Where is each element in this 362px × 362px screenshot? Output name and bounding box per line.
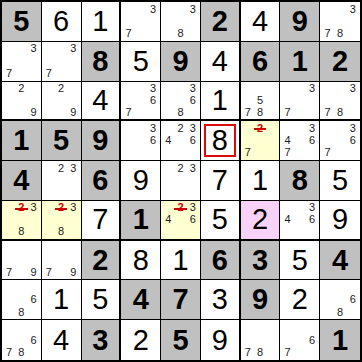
cell-r2c6[interactable]: 4 xyxy=(201,42,241,82)
cell-r8c9[interactable]: 68 xyxy=(320,280,360,320)
pencil-marks: 368 xyxy=(162,83,199,119)
candidate-3: 3 xyxy=(187,3,199,15)
cell-r8c3[interactable]: 5 xyxy=(82,280,122,320)
solved-digit: 5 xyxy=(212,205,228,234)
candidate-6: 6 xyxy=(187,135,199,147)
candidate-6: 6 xyxy=(346,135,359,147)
cell-r3c4[interactable]: 367 xyxy=(121,82,161,122)
cell-r6c7[interactable]: 2 xyxy=(241,201,281,241)
candidate-4: 4 xyxy=(281,135,293,147)
candidate-3: 3 xyxy=(346,83,359,95)
solved-digit: 1 xyxy=(212,86,228,115)
cell-r6c3[interactable]: 7 xyxy=(82,201,122,241)
cell-r4c8[interactable]: 3467 xyxy=(280,121,320,161)
solved-digit: 1 xyxy=(92,7,108,36)
solved-digit: 5 xyxy=(332,166,348,195)
cell-r6c2[interactable]: 238 xyxy=(42,201,82,241)
candidate-8: 8 xyxy=(15,346,27,359)
candidate-2: 2 xyxy=(174,122,186,134)
cell-r4c1[interactable]: 1 xyxy=(2,121,42,161)
cell-r3c2[interactable]: 29 xyxy=(42,82,82,122)
cell-r5c5[interactable]: 23 xyxy=(161,161,201,201)
candidate-9: 9 xyxy=(28,106,40,118)
pencil-marks: 23 xyxy=(43,162,80,199)
candidate-6: 6 xyxy=(187,94,199,106)
candidate-7: 7 xyxy=(122,106,134,118)
cell-r5c4[interactable]: 9 xyxy=(121,161,161,201)
solved-digit: 9 xyxy=(133,166,149,195)
candidate-7: 7 xyxy=(321,28,334,40)
candidate-8: 8 xyxy=(55,226,67,238)
candidate-7: 7 xyxy=(3,266,15,278)
solved-digit: 2 xyxy=(252,205,268,234)
candidate-8: 8 xyxy=(254,346,266,359)
cell-r2c3[interactable]: 8 xyxy=(82,42,122,82)
candidate-9: 9 xyxy=(67,266,79,278)
candidate-7: 7 xyxy=(242,106,254,118)
cell-r7c6[interactable]: 6 xyxy=(201,241,241,281)
candidate-3: 3 xyxy=(147,122,159,134)
candidate-3: 3 xyxy=(306,202,318,214)
candidate-8: 8 xyxy=(15,306,27,318)
cell-r5c9[interactable]: 5 xyxy=(320,161,360,201)
candidate-7: 7 xyxy=(321,147,334,159)
cell-r1c1[interactable]: 5 xyxy=(2,2,42,42)
candidate-2: 2 xyxy=(174,162,186,174)
cell-r7c4[interactable]: 8 xyxy=(121,241,161,281)
cell-r9c3[interactable]: 3 xyxy=(82,320,122,360)
pencil-marks: 37 xyxy=(281,83,318,119)
cell-r5c1[interactable]: 4 xyxy=(2,161,42,201)
cell-r6c5[interactable]: 2346 xyxy=(161,201,201,241)
cell-r3c8[interactable]: 37 xyxy=(280,82,320,122)
candidate-6: 6 xyxy=(306,135,318,147)
cell-r2c8[interactable]: 1 xyxy=(280,42,320,82)
sudoku-board: 5613738249378373785946122929436736815783… xyxy=(0,0,362,362)
solved-digit: 2 xyxy=(292,285,308,314)
pencil-marks: 238 xyxy=(43,202,80,238)
given-digit: 2 xyxy=(92,246,108,275)
candidate-5: 5 xyxy=(254,94,266,106)
pencil-marks: 38 xyxy=(162,3,199,40)
cell-r1c2[interactable]: 6 xyxy=(42,2,82,42)
solved-digit: 4 xyxy=(92,86,108,115)
candidate-8: 8 xyxy=(174,106,186,118)
candidate-7: 7 xyxy=(43,266,55,278)
cell-r3c9[interactable]: 378 xyxy=(320,82,360,122)
candidate-7: 7 xyxy=(321,106,334,118)
candidate-3: 3 xyxy=(306,122,318,134)
candidate-6: 6 xyxy=(187,214,199,226)
cell-r3c5[interactable]: 368 xyxy=(161,82,201,122)
candidate-6: 6 xyxy=(28,294,40,306)
cell-r2c2[interactable]: 37 xyxy=(42,42,82,82)
pencil-marks: 238 xyxy=(3,202,40,238)
pencil-marks: 367 xyxy=(321,122,359,159)
pencil-marks: 27 xyxy=(242,122,279,159)
cell-r8c6[interactable]: 3 xyxy=(201,280,241,320)
cell-r5c3[interactable]: 6 xyxy=(82,161,122,201)
cell-r8c5[interactable]: 7 xyxy=(161,280,201,320)
pencil-marks: 67 xyxy=(281,321,318,359)
candidate-7: 7 xyxy=(281,106,293,118)
candidate-3: 3 xyxy=(147,3,159,15)
candidate-2: 2 xyxy=(55,162,67,174)
candidate-4: 4 xyxy=(162,135,174,147)
cell-r1c3[interactable]: 1 xyxy=(82,2,122,42)
cell-r2c5[interactable]: 9 xyxy=(161,42,201,82)
candidate-7: 7 xyxy=(3,67,15,79)
cell-r5c8[interactable]: 8 xyxy=(280,161,320,201)
given-digit: 3 xyxy=(252,246,268,275)
cell-r4c6[interactable]: 8 xyxy=(201,121,241,161)
pencil-marks: 79 xyxy=(43,242,80,279)
cell-r7c8[interactable]: 5 xyxy=(280,241,320,281)
candidate-6: 6 xyxy=(28,334,40,347)
pencil-marks: 37 xyxy=(3,43,40,80)
cell-r4c2[interactable]: 5 xyxy=(42,121,82,161)
candidate-6: 6 xyxy=(306,334,318,347)
given-digit: 8 xyxy=(292,166,308,195)
candidate-6: 6 xyxy=(147,135,159,147)
candidate-6: 6 xyxy=(346,294,359,306)
candidate-7: 7 xyxy=(281,346,293,359)
candidate-3: 3 xyxy=(346,3,359,15)
cell-r7c3[interactable]: 2 xyxy=(82,241,122,281)
candidate-8: 8 xyxy=(334,106,347,118)
candidate-7: 7 xyxy=(3,346,15,359)
candidate-2-eliminated: 2 xyxy=(55,202,67,214)
candidate-4: 4 xyxy=(162,214,174,226)
solved-digit: 3 xyxy=(212,285,228,314)
given-digit: 6 xyxy=(92,166,108,195)
candidate-3: 3 xyxy=(187,162,199,174)
given-digit: 4 xyxy=(13,166,29,195)
solved-digit: 4 xyxy=(252,7,268,36)
candidate-2-eliminated: 2 xyxy=(254,122,266,134)
candidate-3: 3 xyxy=(306,83,318,95)
solved-digit: 7 xyxy=(212,166,228,195)
cell-r1c7[interactable]: 4 xyxy=(241,2,281,42)
candidate-8: 8 xyxy=(15,226,27,238)
pencil-marks: 367 xyxy=(122,83,159,119)
solved-digit: 5 xyxy=(133,47,149,76)
pencil-marks: 678 xyxy=(3,321,40,359)
cell-r9c4[interactable]: 2 xyxy=(121,320,161,360)
cell-r4c7[interactable]: 27 xyxy=(241,121,281,161)
cell-r8c4[interactable]: 4 xyxy=(121,280,161,320)
candidate-3: 3 xyxy=(28,202,40,214)
pencil-marks: 68 xyxy=(3,281,40,318)
candidate-4: 4 xyxy=(281,214,293,226)
pencil-marks: 36 xyxy=(122,122,159,159)
cell-r5c7[interactable]: 1 xyxy=(241,161,281,201)
candidate-3: 3 xyxy=(346,122,359,134)
given-digit: 4 xyxy=(133,285,149,314)
given-digit: 2 xyxy=(332,47,348,76)
cell-r1c4[interactable]: 37 xyxy=(121,2,161,42)
solved-digit: 4 xyxy=(212,47,228,76)
pencil-marks: 29 xyxy=(3,83,40,119)
solved-digit: 2 xyxy=(133,326,149,355)
cell-r4c9[interactable]: 367 xyxy=(320,121,360,161)
cell-r1c9[interactable]: 378 xyxy=(320,2,360,42)
candidate-8: 8 xyxy=(334,306,347,318)
candidate-3: 3 xyxy=(67,162,79,174)
cell-r4c4[interactable]: 36 xyxy=(121,121,161,161)
candidate-3: 3 xyxy=(187,202,199,214)
cell-r9c1[interactable]: 678 xyxy=(2,320,42,360)
cell-r1c5[interactable]: 38 xyxy=(161,2,201,42)
solved-digit: 5 xyxy=(92,285,108,314)
pencil-marks: 37 xyxy=(43,43,80,80)
candidate-6: 6 xyxy=(306,214,318,226)
candidate-2-eliminated: 2 xyxy=(174,202,186,214)
pencil-marks: 346 xyxy=(281,202,318,238)
candidate-7: 7 xyxy=(281,147,293,159)
cell-r7c5[interactable]: 1 xyxy=(161,241,201,281)
given-digit: 6 xyxy=(212,246,228,275)
solved-digit: 6 xyxy=(53,7,69,36)
cell-r9c7[interactable]: 78 xyxy=(241,320,281,360)
cell-r6c1[interactable]: 238 xyxy=(2,201,42,241)
pencil-marks: 378 xyxy=(321,3,359,40)
given-digit: 1 xyxy=(133,205,149,234)
cell-r6c9[interactable]: 9 xyxy=(320,201,360,241)
solved-digit: 1 xyxy=(53,285,69,314)
given-digit: 1 xyxy=(292,47,308,76)
cell-r9c8[interactable]: 67 xyxy=(280,320,320,360)
solved-digit: 8 xyxy=(212,126,228,155)
pencil-marks: 2346 xyxy=(162,202,199,238)
pencil-marks: 79 xyxy=(3,242,40,279)
cell-r2c1[interactable]: 37 xyxy=(2,42,42,82)
pencil-marks: 378 xyxy=(321,83,359,119)
solved-digit: 1 xyxy=(252,166,268,195)
pencil-marks: 37 xyxy=(122,3,159,40)
cell-r9c9[interactable]: 1 xyxy=(320,320,360,360)
pencil-marks: 29 xyxy=(43,83,80,119)
candidate-2: 2 xyxy=(15,83,27,95)
cell-r5c6[interactable]: 7 xyxy=(201,161,241,201)
candidate-7: 7 xyxy=(242,346,254,359)
candidate-2-eliminated: 2 xyxy=(15,202,27,214)
cell-r9c5[interactable]: 5 xyxy=(161,320,201,360)
given-digit: 9 xyxy=(292,7,308,36)
solved-digit: 5 xyxy=(292,246,308,275)
given-digit: 9 xyxy=(92,126,108,155)
given-digit: 1 xyxy=(332,326,348,355)
solved-digit: 9 xyxy=(332,205,348,234)
solved-digit: 7 xyxy=(92,205,108,234)
cell-r1c8[interactable]: 9 xyxy=(280,2,320,42)
candidate-9: 9 xyxy=(67,106,79,118)
candidate-2: 2 xyxy=(55,83,67,95)
cell-r2c4[interactable]: 5 xyxy=(121,42,161,82)
candidate-3: 3 xyxy=(28,43,40,55)
pencil-marks: 78 xyxy=(242,321,279,359)
candidate-3: 3 xyxy=(147,83,159,95)
candidate-7: 7 xyxy=(242,147,254,159)
cell-r7c2[interactable]: 79 xyxy=(42,241,82,281)
cell-r4c3[interactable]: 9 xyxy=(82,121,122,161)
pencil-marks: 23 xyxy=(162,162,199,199)
solved-digit: 1 xyxy=(172,246,188,275)
cell-r8c1[interactable]: 68 xyxy=(2,280,42,320)
given-digit: 6 xyxy=(252,47,268,76)
cell-r4c5[interactable]: 2346 xyxy=(161,121,201,161)
cell-r5c2[interactable]: 23 xyxy=(42,161,82,201)
pencil-marks: 578 xyxy=(242,83,279,119)
cell-r3c7[interactable]: 578 xyxy=(241,82,281,122)
cell-r9c6[interactable]: 9 xyxy=(201,320,241,360)
candidate-3: 3 xyxy=(187,83,199,95)
given-digit: 1 xyxy=(13,126,29,155)
pencil-marks: 2346 xyxy=(162,122,199,159)
given-digit: 2 xyxy=(212,7,228,36)
cell-r7c7[interactable]: 3 xyxy=(241,241,281,281)
cell-r3c1[interactable]: 29 xyxy=(2,82,42,122)
given-digit: 7 xyxy=(172,285,188,314)
cell-r8c2[interactable]: 1 xyxy=(42,280,82,320)
cell-r8c7[interactable]: 9 xyxy=(241,280,281,320)
cell-r2c7[interactable]: 6 xyxy=(241,42,281,82)
candidate-8: 8 xyxy=(174,28,186,40)
candidate-7: 7 xyxy=(43,67,55,79)
given-digit: 5 xyxy=(172,326,188,355)
given-digit: 3 xyxy=(92,326,108,355)
candidate-3: 3 xyxy=(67,43,79,55)
candidate-8: 8 xyxy=(254,106,266,118)
candidate-9: 9 xyxy=(28,266,40,278)
pencil-marks: 68 xyxy=(321,281,359,318)
cell-r1c6[interactable]: 2 xyxy=(201,2,241,42)
given-digit: 9 xyxy=(172,47,188,76)
cell-r6c8[interactable]: 346 xyxy=(280,201,320,241)
given-digit: 9 xyxy=(252,285,268,314)
pencil-marks: 3467 xyxy=(281,122,318,159)
cell-r6c6[interactable]: 5 xyxy=(201,201,241,241)
given-digit: 5 xyxy=(13,7,29,36)
given-digit: 4 xyxy=(332,246,348,275)
cell-r6c4[interactable]: 1 xyxy=(121,201,161,241)
given-digit: 5 xyxy=(53,126,69,155)
given-digit: 8 xyxy=(92,47,108,76)
candidate-3: 3 xyxy=(187,122,199,134)
cell-r9c2[interactable]: 4 xyxy=(42,320,82,360)
candidate-3: 3 xyxy=(67,202,79,214)
candidate-7: 7 xyxy=(122,28,134,40)
candidate-8: 8 xyxy=(334,28,347,40)
solved-digit: 9 xyxy=(212,326,228,355)
candidate-6: 6 xyxy=(147,94,159,106)
solved-digit: 4 xyxy=(53,326,69,355)
cell-r3c6[interactable]: 1 xyxy=(201,82,241,122)
cell-r8c8[interactable]: 2 xyxy=(280,280,320,320)
cell-r3c3[interactable]: 4 xyxy=(82,82,122,122)
cell-r2c9[interactable]: 2 xyxy=(320,42,360,82)
cell-r7c1[interactable]: 79 xyxy=(2,241,42,281)
cell-r7c9[interactable]: 4 xyxy=(320,241,360,281)
solved-digit: 8 xyxy=(133,246,149,275)
